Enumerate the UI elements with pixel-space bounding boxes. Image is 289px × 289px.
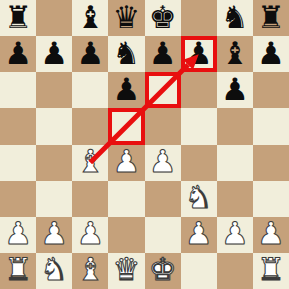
square-d1[interactable]: ♛ [108, 253, 144, 289]
piece-black-queen[interactable]: ♛ [113, 2, 141, 33]
piece-white-pawn[interactable]: ♟ [113, 146, 141, 177]
square-c5[interactable] [72, 108, 108, 144]
square-h7[interactable]: ♟ [253, 36, 289, 72]
square-e2[interactable] [145, 217, 181, 253]
square-a7[interactable]: ♟ [0, 36, 36, 72]
square-b5[interactable] [36, 108, 72, 144]
square-d4[interactable]: ♟ [108, 145, 144, 181]
square-f5[interactable] [181, 108, 217, 144]
square-h4[interactable] [253, 145, 289, 181]
piece-black-bishop[interactable]: ♝ [221, 38, 249, 69]
square-c4[interactable]: ♝ [72, 145, 108, 181]
square-e3[interactable] [145, 181, 181, 217]
piece-black-pawn[interactable]: ♟ [185, 38, 213, 69]
square-f4[interactable] [181, 145, 217, 181]
piece-black-knight[interactable]: ♞ [113, 38, 141, 69]
square-a8[interactable]: ♜ [0, 0, 36, 36]
square-a4[interactable] [0, 145, 36, 181]
square-c3[interactable] [72, 181, 108, 217]
square-h2[interactable]: ♟ [253, 217, 289, 253]
square-f8[interactable] [181, 0, 217, 36]
piece-black-rook[interactable]: ♜ [257, 2, 285, 33]
square-a3[interactable] [0, 181, 36, 217]
piece-white-pawn[interactable]: ♟ [221, 218, 249, 249]
square-g3[interactable] [217, 181, 253, 217]
piece-white-pawn[interactable]: ♟ [40, 218, 68, 249]
square-a2[interactable]: ♟ [0, 217, 36, 253]
piece-black-king[interactable]: ♚ [149, 2, 177, 33]
square-f6[interactable] [181, 72, 217, 108]
square-e6[interactable] [145, 72, 181, 108]
square-f7[interactable]: ♟ [181, 36, 217, 72]
piece-black-bishop[interactable]: ♝ [76, 2, 104, 33]
square-b7[interactable]: ♟ [36, 36, 72, 72]
piece-white-bishop[interactable]: ♝ [76, 254, 104, 285]
square-c1[interactable]: ♝ [72, 253, 108, 289]
square-g8[interactable]: ♞ [217, 0, 253, 36]
piece-white-bishop[interactable]: ♝ [76, 146, 104, 177]
piece-white-pawn[interactable]: ♟ [4, 218, 32, 249]
chess-board: ♜♝♛♚♞♜♟♟♟♞♟♟♝♟♟♟♝♟♟♞♟♟♟♟♟♟♜♞♝♛♚♜ [0, 0, 289, 289]
piece-white-knight[interactable]: ♞ [185, 182, 213, 213]
square-b8[interactable] [36, 0, 72, 36]
square-d7[interactable]: ♞ [108, 36, 144, 72]
square-e8[interactable]: ♚ [145, 0, 181, 36]
square-f2[interactable]: ♟ [181, 217, 217, 253]
piece-white-pawn[interactable]: ♟ [76, 218, 104, 249]
square-h1[interactable]: ♜ [253, 253, 289, 289]
square-d6[interactable]: ♟ [108, 72, 144, 108]
piece-white-pawn[interactable]: ♟ [149, 146, 177, 177]
square-g2[interactable]: ♟ [217, 217, 253, 253]
square-g5[interactable] [217, 108, 253, 144]
square-a6[interactable] [0, 72, 36, 108]
square-h6[interactable] [253, 72, 289, 108]
square-a5[interactable] [0, 108, 36, 144]
square-b1[interactable]: ♞ [36, 253, 72, 289]
square-c2[interactable]: ♟ [72, 217, 108, 253]
square-h5[interactable] [253, 108, 289, 144]
chess-board-widget: ♜♝♛♚♞♜♟♟♟♞♟♟♝♟♟♟♝♟♟♞♟♟♟♟♟♟♜♞♝♛♚♜ [0, 0, 289, 289]
piece-white-queen[interactable]: ♛ [113, 254, 141, 285]
square-e5[interactable] [145, 108, 181, 144]
piece-black-pawn[interactable]: ♟ [113, 74, 141, 105]
square-c7[interactable]: ♟ [72, 36, 108, 72]
square-b3[interactable] [36, 181, 72, 217]
square-c8[interactable]: ♝ [72, 0, 108, 36]
square-f1[interactable] [181, 253, 217, 289]
square-d2[interactable] [108, 217, 144, 253]
piece-white-pawn[interactable]: ♟ [185, 218, 213, 249]
square-g6[interactable]: ♟ [217, 72, 253, 108]
square-e7[interactable]: ♟ [145, 36, 181, 72]
square-g7[interactable]: ♝ [217, 36, 253, 72]
piece-black-pawn[interactable]: ♟ [257, 38, 285, 69]
square-g1[interactable] [217, 253, 253, 289]
piece-black-rook[interactable]: ♜ [4, 2, 32, 33]
square-e4[interactable]: ♟ [145, 145, 181, 181]
piece-white-knight[interactable]: ♞ [40, 254, 68, 285]
piece-black-pawn[interactable]: ♟ [221, 74, 249, 105]
square-b2[interactable]: ♟ [36, 217, 72, 253]
piece-white-rook[interactable]: ♜ [257, 254, 285, 285]
piece-white-pawn[interactable]: ♟ [257, 218, 285, 249]
piece-white-king[interactable]: ♚ [149, 254, 177, 285]
square-h8[interactable]: ♜ [253, 0, 289, 36]
square-d3[interactable] [108, 181, 144, 217]
square-h3[interactable] [253, 181, 289, 217]
square-g4[interactable] [217, 145, 253, 181]
piece-black-knight[interactable]: ♞ [221, 2, 249, 33]
piece-black-pawn[interactable]: ♟ [149, 38, 177, 69]
piece-black-pawn[interactable]: ♟ [40, 38, 68, 69]
piece-black-pawn[interactable]: ♟ [76, 38, 104, 69]
square-e1[interactable]: ♚ [145, 253, 181, 289]
square-b4[interactable] [36, 145, 72, 181]
piece-white-rook[interactable]: ♜ [4, 254, 32, 285]
square-d5[interactable] [108, 108, 144, 144]
piece-black-pawn[interactable]: ♟ [4, 38, 32, 69]
square-d8[interactable]: ♛ [108, 0, 144, 36]
square-b6[interactable] [36, 72, 72, 108]
square-f3[interactable]: ♞ [181, 181, 217, 217]
square-a1[interactable]: ♜ [0, 253, 36, 289]
square-c6[interactable] [72, 72, 108, 108]
